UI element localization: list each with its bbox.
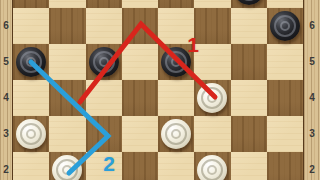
black-man-e5[interactable] xyxy=(161,47,191,77)
square-e7[interactable] xyxy=(158,0,194,8)
checkers-board xyxy=(0,0,320,180)
square-b7[interactable] xyxy=(49,0,85,8)
black-man-c5[interactable] xyxy=(89,47,119,77)
square-h3[interactable] xyxy=(267,116,303,152)
square-c7[interactable] xyxy=(86,0,122,8)
rank-label-left-2: 2 xyxy=(0,165,12,175)
checkers-app-screenshot: 65432 65432 12 xyxy=(0,0,320,180)
black-man-h6[interactable] xyxy=(270,11,300,41)
square-a4[interactable] xyxy=(13,80,49,116)
square-b5[interactable] xyxy=(49,44,85,80)
square-b6[interactable] xyxy=(49,8,85,44)
square-d3[interactable] xyxy=(122,116,158,152)
square-c6[interactable] xyxy=(86,8,122,44)
square-f7[interactable] xyxy=(194,0,230,8)
rank-label-right-3: 3 xyxy=(304,129,320,139)
square-h5[interactable] xyxy=(267,44,303,80)
square-d5[interactable] xyxy=(122,44,158,80)
square-g5[interactable] xyxy=(231,44,267,80)
white-man-a3[interactable] xyxy=(16,119,46,149)
square-a2[interactable] xyxy=(13,152,49,180)
square-f5[interactable] xyxy=(194,44,230,80)
rank-label-right-5: 5 xyxy=(304,57,320,67)
square-h7[interactable] xyxy=(267,0,303,8)
rank-label-right-2: 2 xyxy=(304,165,320,175)
white-man-e3[interactable] xyxy=(161,119,191,149)
square-g6[interactable] xyxy=(231,8,267,44)
square-h2[interactable] xyxy=(267,152,303,180)
square-f3[interactable] xyxy=(194,116,230,152)
white-man-b2[interactable] xyxy=(52,155,82,180)
square-c3[interactable] xyxy=(86,116,122,152)
square-d6[interactable] xyxy=(122,8,158,44)
white-man-f2[interactable] xyxy=(197,155,227,180)
rank-label-left-5: 5 xyxy=(0,57,12,67)
square-g4[interactable] xyxy=(231,80,267,116)
square-e2[interactable] xyxy=(158,152,194,180)
left-coordinate-rail: 65432 xyxy=(0,0,13,180)
rank-label-left-4: 4 xyxy=(0,93,12,103)
rank-label-left-3: 3 xyxy=(0,129,12,139)
square-e4[interactable] xyxy=(158,80,194,116)
rank-label-right-4: 4 xyxy=(304,93,320,103)
square-e6[interactable] xyxy=(158,8,194,44)
square-d2[interactable] xyxy=(122,152,158,180)
square-b3[interactable] xyxy=(49,116,85,152)
square-c4[interactable] xyxy=(86,80,122,116)
square-b4[interactable] xyxy=(49,80,85,116)
square-c2[interactable] xyxy=(86,152,122,180)
square-a7[interactable] xyxy=(13,0,49,8)
square-f6[interactable] xyxy=(194,8,230,44)
square-d4[interactable] xyxy=(122,80,158,116)
right-coordinate-rail: 65432 xyxy=(303,0,320,180)
black-man-a5[interactable] xyxy=(16,47,46,77)
square-d7[interactable] xyxy=(122,0,158,8)
square-h4[interactable] xyxy=(267,80,303,116)
square-a6[interactable] xyxy=(13,8,49,44)
square-g3[interactable] xyxy=(231,116,267,152)
rank-label-left-6: 6 xyxy=(0,21,12,31)
rank-label-right-6: 6 xyxy=(304,21,320,31)
square-g2[interactable] xyxy=(231,152,267,180)
